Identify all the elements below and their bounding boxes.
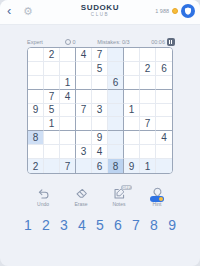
title-text: SUDOKU xyxy=(81,3,119,12)
numpad-3[interactable]: 3 xyxy=(60,216,68,234)
cell-r6c4[interactable] xyxy=(76,117,92,131)
trophy-button[interactable] xyxy=(181,4,195,18)
score-value: 0 xyxy=(73,39,76,45)
hint-button[interactable]: Hint xyxy=(144,187,170,207)
back-button[interactable]: ‹ xyxy=(7,4,11,18)
cell-r5c3[interactable] xyxy=(60,104,76,118)
cell-r5c4[interactable]: 7 xyxy=(76,104,92,118)
cell-r7c3[interactable] xyxy=(60,131,76,145)
notes-button[interactable]: OFF Notes xyxy=(106,187,132,207)
cell-r4c5[interactable] xyxy=(92,90,108,104)
cell-r8c8[interactable] xyxy=(140,145,156,159)
cell-r9c4[interactable] xyxy=(76,159,92,173)
notes-label: Notes xyxy=(112,201,125,207)
numpad-9[interactable]: 9 xyxy=(168,216,176,234)
numpad-5[interactable]: 5 xyxy=(96,216,104,234)
cell-r5c1[interactable]: 9 xyxy=(28,104,44,118)
cell-r4c8[interactable] xyxy=(140,90,156,104)
cell-r2c4[interactable] xyxy=(76,62,92,76)
cell-r1c8[interactable] xyxy=(140,48,156,62)
cell-r9c1[interactable]: 2 xyxy=(28,159,44,173)
cell-r1c2[interactable]: 2 xyxy=(44,48,60,62)
cell-r2c8[interactable]: 2 xyxy=(140,62,156,76)
cell-r1c9[interactable] xyxy=(156,48,172,62)
header: ‹ ⚙ SUDOKU CLUB 1 988 xyxy=(0,0,200,25)
cell-r9c2[interactable] xyxy=(44,159,60,173)
cell-r3c2[interactable] xyxy=(44,76,60,90)
cell-r2c9[interactable]: 6 xyxy=(156,62,172,76)
cell-r8c6[interactable] xyxy=(108,145,124,159)
difficulty-label: Expert xyxy=(27,39,43,45)
cell-r9c9[interactable] xyxy=(156,159,172,173)
cell-r6c1[interactable] xyxy=(28,117,44,131)
notes-off-badge: OFF xyxy=(121,185,132,190)
numpad-8[interactable]: 8 xyxy=(150,216,158,234)
eraser-icon xyxy=(75,187,88,200)
cell-r6c2[interactable]: 1 xyxy=(44,117,60,131)
cell-r3c5[interactable] xyxy=(92,76,108,90)
subtitle-text: CLUB xyxy=(81,12,119,18)
cell-r5c6[interactable] xyxy=(108,104,124,118)
cell-r7c8[interactable] xyxy=(140,131,156,145)
numpad-4[interactable]: 4 xyxy=(78,216,86,234)
cell-r3c6[interactable]: 6 xyxy=(108,76,124,90)
cell-r8c1[interactable] xyxy=(28,145,44,159)
numpad-1[interactable]: 1 xyxy=(24,216,32,234)
cell-r3c3[interactable]: 1 xyxy=(60,76,76,90)
cell-r6c5[interactable] xyxy=(92,117,108,131)
toolbar: Undo Erase OFF Notes Hint xyxy=(30,187,170,207)
cell-r4c9[interactable] xyxy=(156,90,172,104)
cell-r8c3[interactable] xyxy=(60,145,76,159)
score-indicator: 0 xyxy=(65,39,76,45)
cell-r6c9[interactable] xyxy=(156,117,172,131)
shield-trophy-icon xyxy=(184,7,192,15)
hint-label: Hint xyxy=(153,201,162,207)
erase-label: Erase xyxy=(74,201,87,207)
numpad-2[interactable]: 2 xyxy=(42,216,50,234)
pause-button[interactable] xyxy=(167,38,175,46)
cell-r3c9[interactable] xyxy=(156,76,172,90)
cell-r6c8[interactable]: 7 xyxy=(140,117,156,131)
hint-coin-badge xyxy=(150,196,164,202)
cell-r7c5[interactable]: 9 xyxy=(92,131,108,145)
cell-r1c6[interactable] xyxy=(108,48,124,62)
coin-balance: 1 988 xyxy=(155,8,169,14)
cell-r4c1[interactable] xyxy=(28,90,44,104)
cell-r7c1[interactable]: 8 xyxy=(28,131,44,145)
sudoku-grid: 2475261674957311789434276891 xyxy=(27,47,173,174)
cell-r9c7[interactable]: 9 xyxy=(124,159,140,173)
cell-r5c2[interactable]: 5 xyxy=(44,104,60,118)
cell-r9c3[interactable]: 7 xyxy=(60,159,76,173)
cell-r6c6[interactable] xyxy=(108,117,124,131)
cell-r1c7[interactable] xyxy=(124,48,140,62)
mistakes-label: Mistakes: 0/3 xyxy=(97,39,129,45)
cell-r9c5[interactable]: 6 xyxy=(92,159,108,173)
cell-r1c3[interactable] xyxy=(60,48,76,62)
cell-r6c3[interactable] xyxy=(60,117,76,131)
cell-r3c4[interactable] xyxy=(76,76,92,90)
cell-r7c4[interactable] xyxy=(76,131,92,145)
cell-r6c7[interactable] xyxy=(124,117,140,131)
numpad-7[interactable]: 7 xyxy=(132,216,140,234)
cell-r4c7[interactable] xyxy=(124,90,140,104)
cell-r4c3[interactable]: 4 xyxy=(60,90,76,104)
sudoku-app: ‹ ⚙ SUDOKU CLUB 1 988 Expert 0 Mistakes:… xyxy=(0,0,200,266)
cell-r2c7[interactable] xyxy=(124,62,140,76)
cell-r7c2[interactable] xyxy=(44,131,60,145)
numpad-6[interactable]: 6 xyxy=(114,216,122,234)
undo-button[interactable]: Undo xyxy=(30,187,56,207)
cell-r3c1[interactable] xyxy=(28,76,44,90)
cell-r2c1[interactable] xyxy=(28,62,44,76)
cell-r2c5[interactable]: 5 xyxy=(92,62,108,76)
cell-r1c1[interactable] xyxy=(28,48,44,62)
status-bar: Expert 0 Mistakes: 0/3 00:06 xyxy=(27,37,175,46)
undo-label: Undo xyxy=(37,201,49,207)
cell-r7c6[interactable] xyxy=(108,131,124,145)
cell-r8c9[interactable] xyxy=(156,145,172,159)
cell-r8c5[interactable]: 4 xyxy=(92,145,108,159)
cell-r7c9[interactable]: 4 xyxy=(156,131,172,145)
cell-r4c2[interactable]: 7 xyxy=(44,90,60,104)
timer-box: 00:06 xyxy=(151,38,175,46)
cell-r2c3[interactable] xyxy=(60,62,76,76)
score-ring-icon xyxy=(65,39,71,45)
cell-r4c6[interactable] xyxy=(108,90,124,104)
cell-r8c4[interactable]: 3 xyxy=(76,145,92,159)
cell-r1c4[interactable]: 4 xyxy=(76,48,92,62)
erase-button[interactable]: Erase xyxy=(68,187,94,207)
cell-r8c2[interactable] xyxy=(44,145,60,159)
cell-r2c6[interactable] xyxy=(108,62,124,76)
app-title: SUDOKU CLUB xyxy=(81,3,119,18)
timer-value: 00:06 xyxy=(151,39,165,45)
cell-r5c8[interactable] xyxy=(140,104,156,118)
header-right: 1 988 xyxy=(155,4,195,18)
cell-r3c8[interactable] xyxy=(140,76,156,90)
cell-r4c4[interactable] xyxy=(76,90,92,104)
coin-icon xyxy=(172,8,178,14)
cell-r9c6[interactable]: 8 xyxy=(108,159,124,173)
cell-r1c5[interactable]: 7 xyxy=(92,48,108,62)
number-pad: 123456789 xyxy=(24,216,176,234)
cell-r2c2[interactable] xyxy=(44,62,60,76)
cell-r3c7[interactable] xyxy=(124,76,140,90)
cell-r8c7[interactable] xyxy=(124,145,140,159)
undo-icon xyxy=(37,187,50,200)
cell-r7c7[interactable] xyxy=(124,131,140,145)
cell-r5c7[interactable]: 1 xyxy=(124,104,140,118)
settings-gear-icon[interactable]: ⚙ xyxy=(23,5,33,17)
cell-r9c8[interactable]: 1 xyxy=(140,159,156,173)
cell-r5c5[interactable]: 3 xyxy=(92,104,108,118)
cell-r5c9[interactable] xyxy=(156,104,172,118)
